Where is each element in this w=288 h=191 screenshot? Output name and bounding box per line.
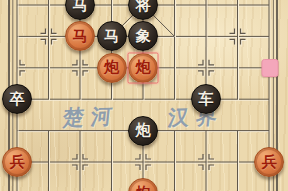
piece-red-soldier[interactable]: 兵 xyxy=(2,147,32,177)
piece-black-soldier[interactable]: 卒 xyxy=(2,84,32,114)
piece-black-cannon[interactable]: 炮 xyxy=(128,116,158,146)
piece-red-cannon[interactable]: 炮 xyxy=(97,53,127,83)
piece-black-horse[interactable]: 马 xyxy=(97,21,127,51)
river-label-chu-he: 楚河 xyxy=(62,102,121,132)
piece-black-chariot[interactable]: 车 xyxy=(191,84,221,114)
xiangqi-board: 楚河 汉界 马将马马象炮炮卒车炮兵兵炮 xyxy=(0,0,288,191)
piece-red-horse[interactable]: 马 xyxy=(65,21,95,51)
piece-red-soldier[interactable]: 兵 xyxy=(254,147,284,177)
piece-black-elephant[interactable]: 象 xyxy=(128,21,158,51)
last-move-origin-marker xyxy=(262,59,279,77)
piece-red-cannon[interactable]: 炮 xyxy=(128,53,158,83)
